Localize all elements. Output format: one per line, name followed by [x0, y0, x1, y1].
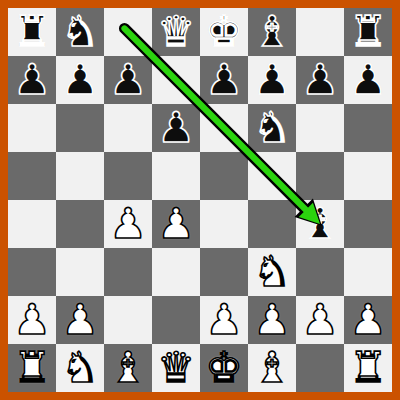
- piece-black-bishop-g4[interactable]: ♝: [301, 200, 339, 248]
- square-b4[interactable]: [56, 200, 104, 248]
- square-a1[interactable]: ♜: [8, 344, 56, 392]
- square-c8[interactable]: [104, 8, 152, 56]
- piece-white-pawn-d4[interactable]: ♟: [157, 200, 195, 248]
- square-d7[interactable]: [152, 56, 200, 104]
- piece-black-pawn-a7[interactable]: ♟: [13, 56, 51, 104]
- piece-white-queen-d1[interactable]: ♛: [157, 344, 195, 392]
- square-b7[interactable]: ♟: [56, 56, 104, 104]
- piece-white-bishop-f1[interactable]: ♝: [253, 344, 291, 392]
- square-b3[interactable]: [56, 248, 104, 296]
- piece-black-queen-d8[interactable]: ♛: [157, 8, 195, 56]
- piece-black-pawn-b7[interactable]: ♟: [61, 56, 99, 104]
- piece-white-king-e1[interactable]: ♚: [205, 344, 243, 392]
- square-e6[interactable]: [200, 104, 248, 152]
- piece-white-pawn-h2[interactable]: ♟: [349, 296, 387, 344]
- square-g5[interactable]: [296, 152, 344, 200]
- square-b1[interactable]: ♞: [56, 344, 104, 392]
- piece-white-pawn-b2[interactable]: ♟: [61, 296, 99, 344]
- square-h4[interactable]: [344, 200, 392, 248]
- piece-black-bishop-f8[interactable]: ♝: [253, 8, 291, 56]
- square-f1[interactable]: ♝: [248, 344, 296, 392]
- square-g7[interactable]: ♟: [296, 56, 344, 104]
- square-e3[interactable]: [200, 248, 248, 296]
- piece-white-knight-b1[interactable]: ♞: [61, 344, 99, 392]
- square-h2[interactable]: ♟: [344, 296, 392, 344]
- square-h6[interactable]: [344, 104, 392, 152]
- piece-black-knight-b8[interactable]: ♞: [61, 8, 99, 56]
- square-h1[interactable]: ♜: [344, 344, 392, 392]
- square-d4[interactable]: ♟: [152, 200, 200, 248]
- piece-white-pawn-f2[interactable]: ♟: [253, 296, 291, 344]
- square-g8[interactable]: [296, 8, 344, 56]
- square-g2[interactable]: ♟: [296, 296, 344, 344]
- square-a3[interactable]: [8, 248, 56, 296]
- square-g6[interactable]: [296, 104, 344, 152]
- piece-black-pawn-d6[interactable]: ♟: [157, 104, 195, 152]
- piece-white-rook-a1[interactable]: ♜: [13, 344, 51, 392]
- piece-white-pawn-g2[interactable]: ♟: [301, 296, 339, 344]
- square-c1[interactable]: ♝: [104, 344, 152, 392]
- square-f2[interactable]: ♟: [248, 296, 296, 344]
- piece-white-rook-h1[interactable]: ♜: [349, 344, 387, 392]
- piece-white-bishop-c1[interactable]: ♝: [109, 344, 147, 392]
- square-h3[interactable]: [344, 248, 392, 296]
- square-a2[interactable]: ♟: [8, 296, 56, 344]
- square-e7[interactable]: ♟: [200, 56, 248, 104]
- square-e8[interactable]: ♚: [200, 8, 248, 56]
- piece-black-pawn-h7[interactable]: ♟: [349, 56, 387, 104]
- piece-black-rook-h8[interactable]: ♜: [349, 8, 387, 56]
- piece-black-pawn-g7[interactable]: ♟: [301, 56, 339, 104]
- square-f3[interactable]: ♞: [248, 248, 296, 296]
- piece-black-pawn-e7[interactable]: ♟: [205, 56, 243, 104]
- square-h5[interactable]: [344, 152, 392, 200]
- piece-white-knight-f3[interactable]: ♞: [253, 248, 291, 296]
- piece-black-pawn-f7[interactable]: ♟: [253, 56, 291, 104]
- square-g1[interactable]: [296, 344, 344, 392]
- square-f7[interactable]: ♟: [248, 56, 296, 104]
- square-c2[interactable]: [104, 296, 152, 344]
- square-a6[interactable]: [8, 104, 56, 152]
- square-a7[interactable]: ♟: [8, 56, 56, 104]
- square-b2[interactable]: ♟: [56, 296, 104, 344]
- piece-black-knight-f6[interactable]: ♞: [253, 104, 291, 152]
- square-a5[interactable]: [8, 152, 56, 200]
- square-c6[interactable]: [104, 104, 152, 152]
- square-a4[interactable]: [8, 200, 56, 248]
- square-d1[interactable]: ♛: [152, 344, 200, 392]
- square-e5[interactable]: [200, 152, 248, 200]
- square-e4[interactable]: [200, 200, 248, 248]
- piece-white-pawn-a2[interactable]: ♟: [13, 296, 51, 344]
- piece-black-rook-a8[interactable]: ♜: [13, 8, 51, 56]
- piece-white-pawn-c4[interactable]: ♟: [109, 200, 147, 248]
- square-h7[interactable]: ♟: [344, 56, 392, 104]
- piece-white-pawn-e2[interactable]: ♟: [205, 296, 243, 344]
- square-c4[interactable]: ♟: [104, 200, 152, 248]
- square-g3[interactable]: [296, 248, 344, 296]
- square-g4[interactable]: ♝: [296, 200, 344, 248]
- chess-board-frame: ♜♞♛♚♝♜♟♟♟♟♟♟♟♟♞♟♟♝♞♟♟♟♟♟♟♜♞♝♛♚♝♜: [0, 0, 400, 400]
- square-f4[interactable]: [248, 200, 296, 248]
- square-c7[interactable]: ♟: [104, 56, 152, 104]
- square-e2[interactable]: ♟: [200, 296, 248, 344]
- square-f8[interactable]: ♝: [248, 8, 296, 56]
- square-h8[interactable]: ♜: [344, 8, 392, 56]
- piece-black-king-e8[interactable]: ♚: [205, 8, 243, 56]
- square-b8[interactable]: ♞: [56, 8, 104, 56]
- square-f6[interactable]: ♞: [248, 104, 296, 152]
- square-d8[interactable]: ♛: [152, 8, 200, 56]
- square-c5[interactable]: [104, 152, 152, 200]
- square-d3[interactable]: [152, 248, 200, 296]
- square-a8[interactable]: ♜: [8, 8, 56, 56]
- square-b6[interactable]: [56, 104, 104, 152]
- square-f5[interactable]: [248, 152, 296, 200]
- square-b5[interactable]: [56, 152, 104, 200]
- square-e1[interactable]: ♚: [200, 344, 248, 392]
- square-d5[interactable]: [152, 152, 200, 200]
- square-d6[interactable]: ♟: [152, 104, 200, 152]
- square-d2[interactable]: [152, 296, 200, 344]
- square-c3[interactable]: [104, 248, 152, 296]
- piece-black-pawn-c7[interactable]: ♟: [109, 56, 147, 104]
- chess-board: ♜♞♛♚♝♜♟♟♟♟♟♟♟♟♞♟♟♝♞♟♟♟♟♟♟♜♞♝♛♚♝♜: [8, 8, 392, 392]
